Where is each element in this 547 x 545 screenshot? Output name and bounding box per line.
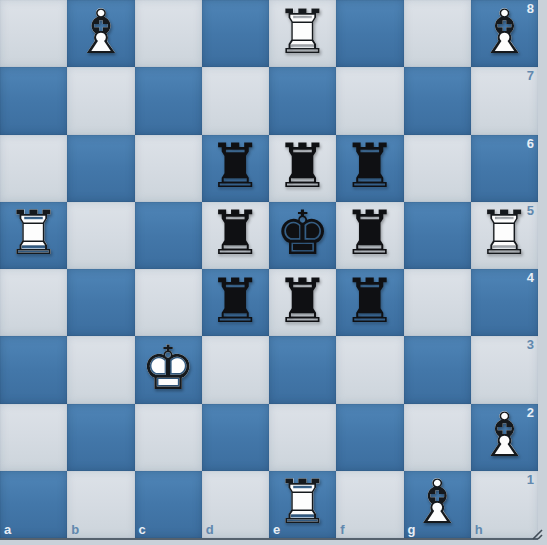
square-c8[interactable] [135, 0, 202, 67]
square-e7[interactable] [269, 67, 336, 134]
square-c7[interactable] [135, 67, 202, 134]
black-rook-glyph: ♜ [275, 135, 330, 196]
square-b6[interactable] [67, 135, 134, 202]
square-f2[interactable] [336, 404, 403, 471]
black-rook[interactable]: ♜ [336, 202, 403, 269]
black-rook[interactable]: ♜ [336, 269, 403, 336]
white-bishop-outline-glyph: ♗ [477, 404, 532, 465]
square-d4[interactable]: ♜ [202, 269, 269, 336]
square-a7[interactable] [0, 67, 67, 134]
white-bishop[interactable]: ♝♗ [471, 404, 538, 471]
white-rook[interactable]: ♜♖ [269, 471, 336, 538]
square-h5[interactable]: 5♜♖ [471, 202, 538, 269]
white-rook[interactable]: ♜♖ [471, 202, 538, 269]
file-label-c: c [139, 522, 146, 537]
black-rook[interactable]: ♜ [269, 269, 336, 336]
square-h1[interactable]: h1 [471, 471, 538, 538]
square-b8[interactable]: ♝♗ [67, 0, 134, 67]
square-c2[interactable] [135, 404, 202, 471]
white-rook-outline-glyph: ♖ [275, 471, 330, 532]
square-g6[interactable] [404, 135, 471, 202]
white-rook[interactable]: ♜♖ [269, 0, 336, 67]
white-bishop-outline-glyph: ♗ [477, 1, 532, 62]
square-g7[interactable] [404, 67, 471, 134]
black-king[interactable]: ♚ [269, 202, 336, 269]
square-c4[interactable] [135, 269, 202, 336]
white-bishop[interactable]: ♝♗ [67, 0, 134, 67]
square-b2[interactable] [67, 404, 134, 471]
black-rook-glyph: ♜ [343, 270, 398, 331]
square-c5[interactable] [135, 202, 202, 269]
file-label-f: f [340, 522, 344, 537]
square-b3[interactable] [67, 336, 134, 403]
white-rook-outline-glyph: ♖ [275, 1, 330, 62]
white-rook-outline-glyph: ♖ [477, 202, 532, 263]
square-e2[interactable] [269, 404, 336, 471]
square-g4[interactable] [404, 269, 471, 336]
file-label-d: d [206, 522, 214, 537]
white-king-outline-glyph: ♔ [141, 337, 196, 398]
square-d6[interactable]: ♜ [202, 135, 269, 202]
square-g1[interactable]: g♝♗ [404, 471, 471, 538]
square-h7[interactable]: 7 [471, 67, 538, 134]
rank-label-7: 7 [527, 68, 534, 83]
square-e4[interactable]: ♜ [269, 269, 336, 336]
black-rook-glyph: ♜ [208, 135, 263, 196]
black-rook[interactable]: ♜ [202, 202, 269, 269]
file-label-b: b [71, 522, 79, 537]
square-b4[interactable] [67, 269, 134, 336]
black-rook-glyph: ♜ [275, 270, 330, 331]
square-a1[interactable]: a [0, 471, 67, 538]
square-a6[interactable] [0, 135, 67, 202]
square-h8[interactable]: 8♝♗ [471, 0, 538, 67]
square-c6[interactable] [135, 135, 202, 202]
white-rook-outline-glyph: ♖ [6, 202, 61, 263]
square-f6[interactable]: ♜ [336, 135, 403, 202]
black-rook-glyph: ♜ [208, 202, 263, 263]
black-rook[interactable]: ♜ [202, 135, 269, 202]
square-b7[interactable] [67, 67, 134, 134]
square-b5[interactable] [67, 202, 134, 269]
square-d7[interactable] [202, 67, 269, 134]
square-d2[interactable] [202, 404, 269, 471]
black-rook[interactable]: ♜ [202, 269, 269, 336]
square-g5[interactable] [404, 202, 471, 269]
white-bishop[interactable]: ♝♗ [471, 0, 538, 67]
chess-board: ♝♗♜♖8♝♗7♜♜♜6♜♖♜♚♜5♜♖♜♜♜4♚♔32♝♗abcde♜♖fg♝… [0, 0, 538, 540]
rank-label-4: 4 [527, 270, 534, 285]
white-bishop-outline-glyph: ♗ [410, 471, 465, 532]
square-g2[interactable] [404, 404, 471, 471]
resize-handle-icon[interactable] [529, 526, 544, 541]
square-e3[interactable] [269, 336, 336, 403]
file-label-h: h [475, 522, 483, 537]
black-king-glyph: ♚ [275, 202, 330, 263]
square-h3[interactable]: 3 [471, 336, 538, 403]
square-e8[interactable]: ♜♖ [269, 0, 336, 67]
white-bishop-outline-glyph: ♗ [74, 1, 129, 62]
square-e6[interactable]: ♜ [269, 135, 336, 202]
square-f7[interactable] [336, 67, 403, 134]
rank-label-3: 3 [527, 337, 534, 352]
square-c3[interactable]: ♚♔ [135, 336, 202, 403]
square-g8[interactable] [404, 0, 471, 67]
square-a4[interactable] [0, 269, 67, 336]
chess-board-window: ♝♗♜♖8♝♗7♜♜♜6♜♖♜♚♜5♜♖♜♜♜4♚♔32♝♗abcde♜♖fg♝… [0, 0, 547, 545]
white-bishop[interactable]: ♝♗ [404, 471, 471, 538]
square-h2[interactable]: 2♝♗ [471, 404, 538, 471]
square-h6[interactable]: 6 [471, 135, 538, 202]
black-rook-glyph: ♜ [343, 135, 398, 196]
black-rook-glyph: ♜ [208, 270, 263, 331]
square-a8[interactable] [0, 0, 67, 67]
square-d3[interactable] [202, 336, 269, 403]
square-f1[interactable]: f [336, 471, 403, 538]
square-e5[interactable]: ♚ [269, 202, 336, 269]
square-a2[interactable] [0, 404, 67, 471]
square-f5[interactable]: ♜ [336, 202, 403, 269]
file-label-a: a [4, 522, 11, 537]
square-f4[interactable]: ♜ [336, 269, 403, 336]
square-d1[interactable]: d [202, 471, 269, 538]
square-h4[interactable]: 4 [471, 269, 538, 336]
black-rook[interactable]: ♜ [336, 135, 403, 202]
rank-label-6: 6 [527, 136, 534, 151]
black-rook-glyph: ♜ [343, 202, 398, 263]
square-f8[interactable] [336, 0, 403, 67]
square-c1[interactable]: c [135, 471, 202, 538]
square-b1[interactable]: b [67, 471, 134, 538]
white-rook[interactable]: ♜♖ [0, 202, 67, 269]
square-e1[interactable]: e♜♖ [269, 471, 336, 538]
rank-label-1: 1 [527, 472, 534, 487]
square-d8[interactable] [202, 0, 269, 67]
black-rook[interactable]: ♜ [269, 135, 336, 202]
square-a5[interactable]: ♜♖ [0, 202, 67, 269]
square-a3[interactable] [0, 336, 67, 403]
white-king[interactable]: ♚♔ [135, 336, 202, 403]
square-d5[interactable]: ♜ [202, 202, 269, 269]
square-f3[interactable] [336, 336, 403, 403]
square-g3[interactable] [404, 336, 471, 403]
